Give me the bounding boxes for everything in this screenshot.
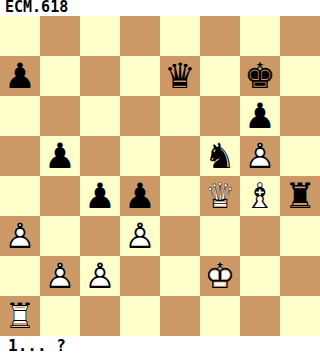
- piece-fill: ♞: [200, 136, 240, 176]
- square-f6[interactable]: [200, 96, 240, 136]
- square-h4[interactable]: ♜: [280, 176, 320, 216]
- square-g5[interactable]: ♟♙: [240, 136, 280, 176]
- piece-outline: ♙: [0, 216, 40, 256]
- square-d3[interactable]: ♟♙: [120, 216, 160, 256]
- move-prompt-label: 1... ?: [8, 337, 66, 357]
- square-h7[interactable]: [280, 56, 320, 96]
- square-b3[interactable]: [40, 216, 80, 256]
- square-d1[interactable]: [120, 296, 160, 336]
- square-d4[interactable]: ♟: [120, 176, 160, 216]
- square-e8[interactable]: [160, 16, 200, 56]
- piece-outline: ♗: [240, 176, 280, 216]
- piece-outline: ♙: [40, 256, 80, 296]
- square-d6[interactable]: [120, 96, 160, 136]
- piece-outline: ♖: [0, 296, 40, 336]
- square-g8[interactable]: [240, 16, 280, 56]
- square-a2[interactable]: [0, 256, 40, 296]
- square-d2[interactable]: [120, 256, 160, 296]
- piece-fill: ♟: [40, 136, 80, 176]
- square-a3[interactable]: ♟♙: [0, 216, 40, 256]
- white-pawn: ♟♙: [120, 216, 160, 256]
- square-g7[interactable]: ♚: [240, 56, 280, 96]
- square-b7[interactable]: [40, 56, 80, 96]
- square-e4[interactable]: [160, 176, 200, 216]
- square-b8[interactable]: [40, 16, 80, 56]
- white-pawn: ♟♙: [240, 136, 280, 176]
- black-knight: ♞: [200, 136, 240, 176]
- square-h8[interactable]: [280, 16, 320, 56]
- square-c6[interactable]: [80, 96, 120, 136]
- square-a4[interactable]: [0, 176, 40, 216]
- square-e6[interactable]: [160, 96, 200, 136]
- square-f2[interactable]: ♚♔: [200, 256, 240, 296]
- square-b2[interactable]: ♟♙: [40, 256, 80, 296]
- square-e5[interactable]: [160, 136, 200, 176]
- piece-fill: ♟: [0, 56, 40, 96]
- square-h3[interactable]: [280, 216, 320, 256]
- square-g2[interactable]: [240, 256, 280, 296]
- white-bishop: ♝♗: [240, 176, 280, 216]
- square-f4[interactable]: ♛♕: [200, 176, 240, 216]
- white-queen: ♛♕: [200, 176, 240, 216]
- square-d5[interactable]: [120, 136, 160, 176]
- piece-outline: ♕: [200, 176, 240, 216]
- piece-outline: ♔: [200, 256, 240, 296]
- square-f7[interactable]: [200, 56, 240, 96]
- square-b1[interactable]: [40, 296, 80, 336]
- piece-fill: ♚: [240, 56, 280, 96]
- square-a7[interactable]: ♟: [0, 56, 40, 96]
- square-a6[interactable]: [0, 96, 40, 136]
- square-a1[interactable]: ♜♖: [0, 296, 40, 336]
- black-pawn: ♟: [240, 96, 280, 136]
- square-b5[interactable]: ♟: [40, 136, 80, 176]
- white-pawn: ♟♙: [40, 256, 80, 296]
- black-pawn: ♟: [40, 136, 80, 176]
- black-rook: ♜: [280, 176, 320, 216]
- black-king: ♚: [240, 56, 280, 96]
- puzzle-id-label: ECM.618: [5, 0, 68, 16]
- square-e3[interactable]: [160, 216, 200, 256]
- piece-fill: ♟: [120, 176, 160, 216]
- square-a5[interactable]: [0, 136, 40, 176]
- square-e7[interactable]: ♛: [160, 56, 200, 96]
- piece-fill: ♟: [240, 96, 280, 136]
- square-h1[interactable]: [280, 296, 320, 336]
- square-g6[interactable]: ♟: [240, 96, 280, 136]
- piece-fill: ♟: [80, 176, 120, 216]
- square-c5[interactable]: [80, 136, 120, 176]
- square-c4[interactable]: ♟: [80, 176, 120, 216]
- square-c3[interactable]: [80, 216, 120, 256]
- white-pawn: ♟♙: [0, 216, 40, 256]
- white-king: ♚♔: [200, 256, 240, 296]
- black-queen: ♛: [160, 56, 200, 96]
- square-f3[interactable]: [200, 216, 240, 256]
- chess-board: ♟♛♚♟♟♞♟♙♟♟♛♕♝♗♜♟♙♟♙♟♙♟♙♚♔♜♖: [0, 16, 320, 336]
- piece-outline: ♙: [80, 256, 120, 296]
- piece-outline: ♙: [240, 136, 280, 176]
- piece-fill: ♜: [280, 176, 320, 216]
- square-d8[interactable]: [120, 16, 160, 56]
- square-a8[interactable]: [0, 16, 40, 56]
- square-c8[interactable]: [80, 16, 120, 56]
- square-f8[interactable]: [200, 16, 240, 56]
- square-h2[interactable]: [280, 256, 320, 296]
- square-f5[interactable]: ♞: [200, 136, 240, 176]
- square-g3[interactable]: [240, 216, 280, 256]
- square-d7[interactable]: [120, 56, 160, 96]
- square-c2[interactable]: ♟♙: [80, 256, 120, 296]
- square-f1[interactable]: [200, 296, 240, 336]
- square-b6[interactable]: [40, 96, 80, 136]
- piece-fill: ♛: [160, 56, 200, 96]
- white-rook: ♜♖: [0, 296, 40, 336]
- square-c7[interactable]: [80, 56, 120, 96]
- square-h6[interactable]: [280, 96, 320, 136]
- square-e1[interactable]: [160, 296, 200, 336]
- piece-outline: ♙: [120, 216, 160, 256]
- square-h5[interactable]: [280, 136, 320, 176]
- black-pawn: ♟: [80, 176, 120, 216]
- square-g1[interactable]: [240, 296, 280, 336]
- black-pawn: ♟: [120, 176, 160, 216]
- square-e2[interactable]: [160, 256, 200, 296]
- square-b4[interactable]: [40, 176, 80, 216]
- black-pawn: ♟: [0, 56, 40, 96]
- square-c1[interactable]: [80, 296, 120, 336]
- square-g4[interactable]: ♝♗: [240, 176, 280, 216]
- white-pawn: ♟♙: [80, 256, 120, 296]
